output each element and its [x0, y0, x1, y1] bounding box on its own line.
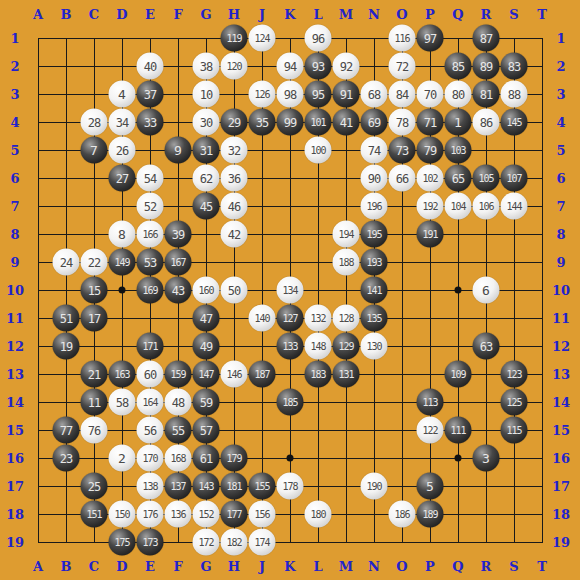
stone-H16[interactable]: 179 — [221, 445, 248, 472]
stone-E4[interactable]: 33 — [137, 109, 164, 136]
stone-L18[interactable]: 180 — [305, 501, 332, 528]
stone-R7[interactable]: 106 — [473, 193, 500, 220]
col-label-top: P — [425, 8, 435, 21]
col-label-top: A — [33, 8, 43, 21]
stone-E17[interactable]: 138 — [137, 473, 164, 500]
stone-S3[interactable]: 88 — [501, 81, 528, 108]
stone-L12[interactable]: 148 — [305, 333, 332, 360]
stone-Q15[interactable]: 111 — [445, 417, 472, 444]
stone-D6[interactable]: 27 — [109, 165, 136, 192]
stone-Q13[interactable]: 109 — [445, 361, 472, 388]
stone-M13[interactable]: 131 — [333, 361, 360, 388]
stone-J19[interactable]: 174 — [249, 529, 276, 556]
col-label-top: M — [339, 8, 353, 21]
stone-H2[interactable]: 120 — [221, 53, 248, 80]
stone-D5[interactable]: 26 — [109, 137, 136, 164]
stone-M11[interactable]: 128 — [333, 305, 360, 332]
row-label-left: 16 — [6, 452, 24, 465]
row-label-left: 19 — [6, 536, 24, 549]
stone-N11[interactable]: 135 — [361, 305, 388, 332]
col-label-top: N — [368, 8, 380, 21]
stone-G16[interactable]: 61 — [193, 445, 220, 472]
stone-E7[interactable]: 52 — [137, 193, 164, 220]
stone-C14[interactable]: 11 — [81, 389, 108, 416]
stone-P8[interactable]: 191 — [417, 221, 444, 248]
stone-G11[interactable]: 47 — [193, 305, 220, 332]
star-point — [455, 455, 462, 462]
stone-H10[interactable]: 50 — [221, 277, 248, 304]
stone-B9[interactable]: 24 — [53, 249, 80, 276]
stone-M2[interactable]: 92 — [333, 53, 360, 80]
stone-N3[interactable]: 68 — [361, 81, 388, 108]
row-label-left: 18 — [6, 508, 24, 521]
col-label-bottom: E — [145, 560, 155, 573]
stone-E2[interactable]: 40 — [137, 53, 164, 80]
stone-E3[interactable]: 37 — [137, 81, 164, 108]
col-label-top: E — [145, 8, 155, 21]
col-label-top: C — [89, 8, 99, 21]
stone-F17[interactable]: 137 — [165, 473, 192, 500]
stone-F15[interactable]: 55 — [165, 417, 192, 444]
stone-B16[interactable]: 23 — [53, 445, 80, 472]
row-label-right: 16 — [552, 452, 570, 465]
stone-Q5[interactable]: 103 — [445, 137, 472, 164]
stone-P1[interactable]: 97 — [417, 25, 444, 52]
stone-M9[interactable]: 188 — [333, 249, 360, 276]
stone-L11[interactable]: 132 — [305, 305, 332, 332]
stone-G15[interactable]: 57 — [193, 417, 220, 444]
stone-J4[interactable]: 35 — [249, 109, 276, 136]
row-label-right: 1 — [556, 32, 565, 45]
stone-N4[interactable]: 69 — [361, 109, 388, 136]
col-label-bottom: S — [509, 560, 518, 573]
col-label-bottom: Q — [452, 560, 463, 573]
stone-N17[interactable]: 190 — [361, 473, 388, 500]
col-label-top: S — [509, 8, 518, 21]
stone-G13[interactable]: 147 — [193, 361, 220, 388]
row-label-right: 5 — [556, 144, 565, 157]
col-label-top: K — [284, 8, 295, 21]
star-point — [455, 287, 462, 294]
col-label-bottom: C — [89, 560, 99, 573]
stone-J11[interactable]: 140 — [249, 305, 276, 332]
stone-O3[interactable]: 84 — [389, 81, 416, 108]
col-label-top: D — [116, 8, 127, 21]
col-label-bottom: D — [116, 560, 127, 573]
stone-O6[interactable]: 66 — [389, 165, 416, 192]
stone-P18[interactable]: 189 — [417, 501, 444, 528]
stone-L5[interactable]: 100 — [305, 137, 332, 164]
stone-G12[interactable]: 49 — [193, 333, 220, 360]
col-label-bottom: A — [33, 560, 43, 573]
stone-G7[interactable]: 45 — [193, 193, 220, 220]
row-label-left: 6 — [10, 172, 19, 185]
stone-O2[interactable]: 72 — [389, 53, 416, 80]
star-point — [287, 455, 294, 462]
stone-P3[interactable]: 70 — [417, 81, 444, 108]
stone-L13[interactable]: 183 — [305, 361, 332, 388]
stone-K10[interactable]: 134 — [277, 277, 304, 304]
row-label-right: 2 — [556, 60, 565, 73]
stone-F10[interactable]: 43 — [165, 277, 192, 304]
stone-B15[interactable]: 77 — [53, 417, 80, 444]
stone-M12[interactable]: 129 — [333, 333, 360, 360]
go-board[interactable]: AABBCCDDEEFFGGHHJJKKLLMMNNOOPPQQRRSSTT11… — [0, 0, 580, 580]
stone-S4[interactable]: 145 — [501, 109, 528, 136]
star-point — [119, 287, 126, 294]
stone-M8[interactable]: 194 — [333, 221, 360, 248]
stone-D19[interactable]: 175 — [109, 529, 136, 556]
stone-E9[interactable]: 53 — [137, 249, 164, 276]
stone-G2[interactable]: 38 — [193, 53, 220, 80]
row-label-left: 13 — [6, 368, 24, 381]
stone-D8[interactable]: 8 — [109, 221, 136, 248]
row-label-right: 14 — [552, 396, 570, 409]
col-label-bottom: R — [481, 560, 492, 573]
stone-R12[interactable]: 63 — [473, 333, 500, 360]
row-label-left: 15 — [6, 424, 24, 437]
stone-O4[interactable]: 78 — [389, 109, 416, 136]
row-label-left: 17 — [6, 480, 24, 493]
stone-E14[interactable]: 164 — [137, 389, 164, 416]
col-label-bottom: K — [284, 560, 295, 573]
col-label-top: J — [259, 8, 265, 21]
stone-L4[interactable]: 101 — [305, 109, 332, 136]
stone-R2[interactable]: 89 — [473, 53, 500, 80]
row-label-left: 4 — [10, 116, 19, 129]
stone-K14[interactable]: 185 — [277, 389, 304, 416]
stone-R4[interactable]: 86 — [473, 109, 500, 136]
stone-F18[interactable]: 136 — [165, 501, 192, 528]
stone-E12[interactable]: 171 — [137, 333, 164, 360]
stone-L1[interactable]: 96 — [305, 25, 332, 52]
row-label-left: 14 — [6, 396, 24, 409]
col-label-bottom: N — [368, 560, 380, 573]
stone-P6[interactable]: 102 — [417, 165, 444, 192]
stone-O1[interactable]: 116 — [389, 25, 416, 52]
col-label-top: T — [537, 8, 547, 21]
stone-K17[interactable]: 178 — [277, 473, 304, 500]
stone-D13[interactable]: 163 — [109, 361, 136, 388]
stone-S14[interactable]: 125 — [501, 389, 528, 416]
stone-O5[interactable]: 73 — [389, 137, 416, 164]
row-label-right: 6 — [556, 172, 565, 185]
stone-Q2[interactable]: 85 — [445, 53, 472, 80]
row-label-right: 10 — [552, 284, 570, 297]
stone-S13[interactable]: 123 — [501, 361, 528, 388]
col-label-top: H — [228, 8, 240, 21]
row-label-left: 8 — [10, 228, 19, 241]
col-label-top: R — [481, 8, 492, 21]
stone-H8[interactable]: 42 — [221, 221, 248, 248]
stone-J17[interactable]: 155 — [249, 473, 276, 500]
stone-G5[interactable]: 31 — [193, 137, 220, 164]
stone-P15[interactable]: 122 — [417, 417, 444, 444]
stone-D3[interactable]: 4 — [109, 81, 136, 108]
stone-F9[interactable]: 167 — [165, 249, 192, 276]
stone-L2[interactable]: 93 — [305, 53, 332, 80]
stone-S6[interactable]: 107 — [501, 165, 528, 192]
stone-H7[interactable]: 46 — [221, 193, 248, 220]
col-label-bottom: L — [313, 560, 322, 573]
stone-G4[interactable]: 30 — [193, 109, 220, 136]
stone-C9[interactable]: 22 — [81, 249, 108, 276]
col-label-top: B — [61, 8, 72, 21]
stone-H1[interactable]: 119 — [221, 25, 248, 52]
row-label-right: 17 — [552, 480, 570, 493]
stone-P7[interactable]: 192 — [417, 193, 444, 220]
stone-D4[interactable]: 34 — [109, 109, 136, 136]
stone-N12[interactable]: 130 — [361, 333, 388, 360]
row-label-left: 2 — [10, 60, 19, 73]
row-label-right: 18 — [552, 508, 570, 521]
stone-F13[interactable]: 159 — [165, 361, 192, 388]
row-label-right: 9 — [556, 256, 565, 269]
row-label-right: 19 — [552, 536, 570, 549]
stone-H19[interactable]: 182 — [221, 529, 248, 556]
stone-Q3[interactable]: 80 — [445, 81, 472, 108]
stone-C5[interactable]: 7 — [81, 137, 108, 164]
col-label-bottom: M — [339, 560, 353, 573]
stone-H4[interactable]: 29 — [221, 109, 248, 136]
stone-E6[interactable]: 54 — [137, 165, 164, 192]
stone-C18[interactable]: 151 — [81, 501, 108, 528]
stone-H5[interactable]: 32 — [221, 137, 248, 164]
row-label-left: 1 — [10, 32, 19, 45]
stone-K4[interactable]: 99 — [277, 109, 304, 136]
stone-J3[interactable]: 126 — [249, 81, 276, 108]
stone-S7[interactable]: 144 — [501, 193, 528, 220]
stone-D16[interactable]: 2 — [109, 445, 136, 472]
stone-L3[interactable]: 95 — [305, 81, 332, 108]
row-label-right: 15 — [552, 424, 570, 437]
stone-O18[interactable]: 186 — [389, 501, 416, 528]
row-label-right: 8 — [556, 228, 565, 241]
row-label-right: 7 — [556, 200, 565, 213]
stone-K11[interactable]: 127 — [277, 305, 304, 332]
stone-C4[interactable]: 28 — [81, 109, 108, 136]
stone-C15[interactable]: 76 — [81, 417, 108, 444]
stone-E16[interactable]: 170 — [137, 445, 164, 472]
stone-N5[interactable]: 74 — [361, 137, 388, 164]
stone-D18[interactable]: 150 — [109, 501, 136, 528]
stone-H13[interactable]: 146 — [221, 361, 248, 388]
stone-E13[interactable]: 60 — [137, 361, 164, 388]
col-label-top: G — [200, 8, 211, 21]
stone-G14[interactable]: 59 — [193, 389, 220, 416]
stone-Q7[interactable]: 104 — [445, 193, 472, 220]
stone-C10[interactable]: 15 — [81, 277, 108, 304]
stone-N6[interactable]: 90 — [361, 165, 388, 192]
row-label-right: 4 — [556, 116, 565, 129]
col-label-bottom: H — [228, 560, 240, 573]
stone-J18[interactable]: 156 — [249, 501, 276, 528]
stone-M4[interactable]: 41 — [333, 109, 360, 136]
row-label-right: 13 — [552, 368, 570, 381]
stone-G17[interactable]: 143 — [193, 473, 220, 500]
col-label-bottom: G — [200, 560, 211, 573]
row-label-right: 11 — [552, 312, 570, 325]
stone-R10[interactable]: 6 — [473, 277, 500, 304]
stone-J1[interactable]: 124 — [249, 25, 276, 52]
row-label-left: 12 — [6, 340, 24, 353]
stone-P5[interactable]: 79 — [417, 137, 444, 164]
row-label-left: 3 — [10, 88, 19, 101]
stone-J13[interactable]: 187 — [249, 361, 276, 388]
stone-B12[interactable]: 19 — [53, 333, 80, 360]
stone-K3[interactable]: 98 — [277, 81, 304, 108]
stone-S2[interactable]: 83 — [501, 53, 528, 80]
stone-N8[interactable]: 195 — [361, 221, 388, 248]
col-label-bottom: P — [425, 560, 435, 573]
stone-Q6[interactable]: 65 — [445, 165, 472, 192]
stone-H18[interactable]: 177 — [221, 501, 248, 528]
stone-H17[interactable]: 181 — [221, 473, 248, 500]
stone-F5[interactable]: 9 — [165, 137, 192, 164]
stone-N9[interactable]: 193 — [361, 249, 388, 276]
col-label-bottom: O — [396, 560, 407, 573]
stone-F14[interactable]: 48 — [165, 389, 192, 416]
stone-K12[interactable]: 133 — [277, 333, 304, 360]
stone-E19[interactable]: 173 — [137, 529, 164, 556]
row-label-right: 12 — [552, 340, 570, 353]
stone-G10[interactable]: 160 — [193, 277, 220, 304]
stone-Q4[interactable]: 1 — [445, 109, 472, 136]
stone-B11[interactable]: 51 — [53, 305, 80, 332]
col-label-top: O — [396, 8, 407, 21]
stone-R3[interactable]: 81 — [473, 81, 500, 108]
row-label-left: 5 — [10, 144, 19, 157]
stone-C17[interactable]: 25 — [81, 473, 108, 500]
stone-S15[interactable]: 115 — [501, 417, 528, 444]
stone-G6[interactable]: 62 — [193, 165, 220, 192]
stone-E18[interactable]: 176 — [137, 501, 164, 528]
stone-E8[interactable]: 166 — [137, 221, 164, 248]
col-label-bottom: F — [173, 560, 182, 573]
row-label-left: 11 — [6, 312, 24, 325]
stone-G3[interactable]: 10 — [193, 81, 220, 108]
stone-R6[interactable]: 105 — [473, 165, 500, 192]
col-label-top: L — [313, 8, 322, 21]
stone-D9[interactable]: 149 — [109, 249, 136, 276]
stone-F8[interactable]: 39 — [165, 221, 192, 248]
stone-K2[interactable]: 94 — [277, 53, 304, 80]
stone-G19[interactable]: 172 — [193, 529, 220, 556]
stone-F16[interactable]: 168 — [165, 445, 192, 472]
row-label-left: 10 — [6, 284, 24, 297]
stone-H6[interactable]: 36 — [221, 165, 248, 192]
col-label-bottom: J — [259, 560, 265, 573]
stone-M3[interactable]: 91 — [333, 81, 360, 108]
stone-R1[interactable]: 87 — [473, 25, 500, 52]
row-label-right: 3 — [556, 88, 565, 101]
row-label-left: 7 — [10, 200, 19, 213]
stone-E15[interactable]: 56 — [137, 417, 164, 444]
stone-N10[interactable]: 141 — [361, 277, 388, 304]
stone-E10[interactable]: 169 — [137, 277, 164, 304]
stone-R16[interactable]: 3 — [473, 445, 500, 472]
col-label-top: Q — [452, 8, 463, 21]
stone-P14[interactable]: 113 — [417, 389, 444, 416]
stone-D14[interactable]: 58 — [109, 389, 136, 416]
stone-C11[interactable]: 17 — [81, 305, 108, 332]
stone-G18[interactable]: 152 — [193, 501, 220, 528]
row-label-left: 9 — [10, 256, 19, 269]
stone-P17[interactable]: 5 — [417, 473, 444, 500]
stone-N7[interactable]: 196 — [361, 193, 388, 220]
col-label-bottom: B — [61, 560, 72, 573]
stone-C13[interactable]: 21 — [81, 361, 108, 388]
col-label-top: F — [173, 8, 182, 21]
col-label-bottom: T — [537, 560, 547, 573]
stone-P4[interactable]: 71 — [417, 109, 444, 136]
